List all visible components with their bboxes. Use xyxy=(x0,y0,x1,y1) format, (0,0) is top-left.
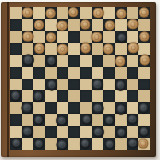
checker-piece-dark[interactable] xyxy=(34,139,44,149)
square-r11c11[interactable] xyxy=(127,126,139,138)
square-r11c10[interactable] xyxy=(115,126,127,138)
board xyxy=(10,7,150,150)
checker-piece-dark[interactable] xyxy=(46,56,56,66)
square-r7c10[interactable] xyxy=(115,79,127,91)
square-r12c7[interactable] xyxy=(80,138,92,150)
square-r8c3[interactable] xyxy=(33,90,45,102)
checker-piece-dark[interactable] xyxy=(92,79,102,89)
square-r11c4[interactable] xyxy=(45,126,57,138)
square-r4c2[interactable] xyxy=(22,43,34,55)
square-r4c4[interactable] xyxy=(45,43,57,55)
square-r7c5[interactable] xyxy=(57,79,69,91)
square-r8c2[interactable] xyxy=(22,90,34,102)
square-r4c10[interactable] xyxy=(115,43,127,55)
square-r1c4[interactable] xyxy=(45,7,57,19)
square-r10c11[interactable] xyxy=(127,114,139,126)
square-r10c6[interactable] xyxy=(68,114,80,126)
square-r6c12[interactable] xyxy=(138,67,150,79)
square-r2c5[interactable] xyxy=(57,19,69,31)
square-r3c9[interactable] xyxy=(103,31,115,43)
checker-piece-tan[interactable] xyxy=(57,44,67,54)
checker-piece-dark[interactable] xyxy=(57,116,67,126)
square-r3c4[interactable] xyxy=(45,31,57,43)
square-r8c9[interactable] xyxy=(103,90,115,102)
square-r11c9[interactable] xyxy=(103,126,115,138)
square-r9c3[interactable] xyxy=(33,102,45,114)
square-r6c8[interactable] xyxy=(92,67,104,79)
square-r2c2[interactable] xyxy=(22,19,34,31)
square-r3c3[interactable] xyxy=(33,31,45,43)
square-r3c2[interactable] xyxy=(22,31,34,43)
square-r1c3[interactable] xyxy=(33,7,45,19)
square-r1c8[interactable] xyxy=(92,7,104,19)
square-r9c7[interactable] xyxy=(80,102,92,114)
square-r4c12[interactable] xyxy=(138,43,150,55)
square-r9c9[interactable] xyxy=(103,102,115,114)
square-r2c3[interactable] xyxy=(33,19,45,31)
checker-piece-dark[interactable] xyxy=(57,140,67,150)
square-r6c11[interactable] xyxy=(127,67,139,79)
square-r5c1[interactable] xyxy=(10,55,22,67)
checker-piece-dark[interactable] xyxy=(93,103,103,113)
square-r5c11[interactable] xyxy=(127,55,139,67)
square-r3c12[interactable] xyxy=(138,31,150,43)
checker-piece-dark[interactable] xyxy=(139,126,149,136)
checker-piece-tan[interactable] xyxy=(68,7,78,17)
square-r2c12[interactable] xyxy=(138,19,150,31)
square-r12c10[interactable] xyxy=(115,138,127,150)
checker-piece-tan[interactable] xyxy=(115,56,125,66)
square-r7c7[interactable] xyxy=(80,79,92,91)
square-r2c4[interactable] xyxy=(45,19,57,31)
checker-piece-tan[interactable] xyxy=(34,20,44,30)
square-r8c6[interactable] xyxy=(68,90,80,102)
checker-piece-dark[interactable] xyxy=(139,103,149,113)
square-r2c1[interactable] xyxy=(10,19,22,31)
square-r6c6[interactable] xyxy=(68,67,80,79)
square-r7c2[interactable] xyxy=(22,79,34,91)
square-r6c2[interactable] xyxy=(22,67,34,79)
square-r1c9[interactable] xyxy=(103,7,115,19)
square-r4c9[interactable] xyxy=(103,43,115,55)
photo-background xyxy=(0,0,160,160)
square-r8c10[interactable] xyxy=(115,90,127,102)
square-r12c6[interactable] xyxy=(68,138,80,150)
square-r12c4[interactable] xyxy=(45,138,57,150)
square-r9c5[interactable] xyxy=(57,102,69,114)
checker-piece-tan[interactable] xyxy=(45,8,55,18)
square-r7c8[interactable] xyxy=(92,79,104,91)
square-r2c6[interactable] xyxy=(68,19,80,31)
checker-piece-dark[interactable] xyxy=(128,138,138,148)
square-r12c2[interactable] xyxy=(22,138,34,150)
square-r3c1[interactable] xyxy=(10,31,22,43)
checker-piece-dark[interactable] xyxy=(93,127,103,137)
square-r7c9[interactable] xyxy=(103,79,115,91)
square-r3c7[interactable] xyxy=(80,31,92,43)
square-r9c8[interactable] xyxy=(92,102,104,114)
square-r4c3[interactable] xyxy=(33,43,45,55)
square-r6c1[interactable] xyxy=(10,67,22,79)
square-r1c7[interactable] xyxy=(80,7,92,19)
checker-piece-dark[interactable] xyxy=(23,55,33,65)
square-r10c1[interactable] xyxy=(10,114,22,126)
checker-piece-dark[interactable] xyxy=(117,32,127,42)
square-r9c11[interactable] xyxy=(127,102,139,114)
square-r12c3[interactable] xyxy=(33,138,45,150)
square-r9c10[interactable] xyxy=(115,102,127,114)
square-r7c4[interactable] xyxy=(45,79,57,91)
square-r5c2[interactable] xyxy=(22,55,34,67)
checker-piece-tan[interactable] xyxy=(116,9,126,19)
square-r9c4[interactable] xyxy=(45,102,57,114)
square-r5c7[interactable] xyxy=(80,55,92,67)
square-r6c3[interactable] xyxy=(33,67,45,79)
square-r5c6[interactable] xyxy=(68,55,80,67)
square-r1c5[interactable] xyxy=(57,7,69,19)
square-r2c8[interactable] xyxy=(92,19,104,31)
square-r7c12[interactable] xyxy=(138,79,150,91)
checker-piece-tan[interactable] xyxy=(105,20,115,30)
square-r3c8[interactable] xyxy=(92,31,104,43)
checker-piece-dark[interactable] xyxy=(82,115,92,125)
square-r11c1[interactable] xyxy=(10,126,22,138)
checker-piece-dark[interactable] xyxy=(33,91,43,101)
square-r12c9[interactable] xyxy=(103,138,115,150)
checker-piece-tan[interactable] xyxy=(139,7,149,17)
checker-piece-dark[interactable] xyxy=(116,104,126,114)
square-r8c12[interactable] xyxy=(138,90,150,102)
square-r8c1[interactable] xyxy=(10,90,22,102)
checker-piece-dark[interactable] xyxy=(127,114,137,124)
square-r1c10[interactable] xyxy=(115,7,127,19)
square-r11c12[interactable] xyxy=(138,126,150,138)
square-r9c2[interactable] xyxy=(22,102,34,114)
square-r6c7[interactable] xyxy=(80,67,92,79)
square-r10c2[interactable] xyxy=(22,114,34,126)
square-r3c10[interactable] xyxy=(115,31,127,43)
square-r4c1[interactable] xyxy=(10,43,22,55)
checker-piece-dark[interactable] xyxy=(22,103,32,113)
checker-piece-tan[interactable] xyxy=(46,32,56,42)
square-r8c8[interactable] xyxy=(92,90,104,102)
square-r7c6[interactable] xyxy=(68,79,80,91)
square-r11c6[interactable] xyxy=(68,126,80,138)
square-r1c6[interactable] xyxy=(68,7,80,19)
square-r10c7[interactable] xyxy=(80,114,92,126)
square-r12c11[interactable] xyxy=(127,138,139,150)
square-r12c8[interactable] xyxy=(92,138,104,150)
square-r1c2[interactable] xyxy=(22,7,34,19)
square-r6c9[interactable] xyxy=(103,67,115,79)
square-r6c10[interactable] xyxy=(115,67,127,79)
checker-piece-dark[interactable] xyxy=(115,80,125,90)
square-r1c1[interactable] xyxy=(10,7,22,19)
square-r5c5[interactable] xyxy=(57,55,69,67)
checker-piece-tan[interactable] xyxy=(103,44,113,54)
square-r9c1[interactable] xyxy=(10,102,22,114)
checker-piece-tan[interactable] xyxy=(128,19,138,29)
square-r4c5[interactable] xyxy=(57,43,69,55)
square-r11c3[interactable] xyxy=(33,126,45,138)
square-r1c11[interactable] xyxy=(127,7,139,19)
checker-piece-dark[interactable] xyxy=(47,80,57,90)
checker-piece-dark[interactable] xyxy=(34,115,44,125)
square-r6c4[interactable] xyxy=(45,67,57,79)
square-r12c12[interactable] xyxy=(138,138,150,150)
checker-piece-tan[interactable] xyxy=(140,55,150,65)
square-r7c3[interactable] xyxy=(33,79,45,91)
checker-piece-tan[interactable] xyxy=(93,8,103,18)
square-r7c11[interactable] xyxy=(127,79,139,91)
square-r4c7[interactable] xyxy=(80,43,92,55)
board-frame xyxy=(1,2,156,157)
square-r10c9[interactable] xyxy=(103,114,115,126)
square-r2c11[interactable] xyxy=(127,19,139,31)
square-r2c10[interactable] xyxy=(115,19,127,31)
square-r10c4[interactable] xyxy=(45,114,57,126)
square-r5c4[interactable] xyxy=(45,55,57,67)
checker-piece-dark[interactable] xyxy=(10,90,20,100)
checker-piece-dark[interactable] xyxy=(80,138,90,148)
frame-hinge-seam xyxy=(7,2,9,157)
square-r10c3[interactable] xyxy=(33,114,45,126)
square-r12c5[interactable] xyxy=(57,138,69,150)
square-r3c11[interactable] xyxy=(127,31,139,43)
square-r5c12[interactable] xyxy=(138,55,150,67)
square-r7c1[interactable] xyxy=(10,79,22,91)
square-r8c5[interactable] xyxy=(57,90,69,102)
square-r5c8[interactable] xyxy=(92,55,104,67)
checker-piece-tan[interactable] xyxy=(80,43,90,53)
square-r3c6[interactable] xyxy=(68,31,80,43)
square-r12c1[interactable] xyxy=(10,138,22,150)
square-r8c7[interactable] xyxy=(80,90,92,102)
checker-piece-tan[interactable] xyxy=(57,20,67,30)
square-r3c5[interactable] xyxy=(57,31,69,43)
square-r8c4[interactable] xyxy=(45,90,57,102)
square-r10c5[interactable] xyxy=(57,114,69,126)
square-r11c8[interactable] xyxy=(92,126,104,138)
checker-piece-tan[interactable] xyxy=(34,43,44,53)
square-r11c7[interactable] xyxy=(80,126,92,138)
checker-piece-dark[interactable] xyxy=(11,138,21,148)
checker-piece-tan[interactable] xyxy=(139,31,149,41)
square-r2c9[interactable] xyxy=(103,19,115,31)
square-r5c3[interactable] xyxy=(33,55,45,67)
square-r9c6[interactable] xyxy=(68,102,80,114)
square-r4c11[interactable] xyxy=(127,43,139,55)
square-r4c6[interactable] xyxy=(68,43,80,55)
square-r8c11[interactable] xyxy=(127,90,139,102)
square-r5c9[interactable] xyxy=(103,55,115,67)
square-r6c5[interactable] xyxy=(57,67,69,79)
checker-piece-tan[interactable] xyxy=(128,43,138,53)
checker-piece-dark[interactable] xyxy=(22,126,32,136)
square-r11c5[interactable] xyxy=(57,126,69,138)
square-r5c10[interactable] xyxy=(115,55,127,67)
square-r1c12[interactable] xyxy=(138,7,150,19)
square-r10c8[interactable] xyxy=(92,114,104,126)
square-r10c12[interactable] xyxy=(138,114,150,126)
square-r2c7[interactable] xyxy=(80,19,92,31)
checker-piece-dark[interactable] xyxy=(116,128,126,138)
checker-piece-dark[interactable] xyxy=(104,115,114,125)
square-r10c10[interactable] xyxy=(115,114,127,126)
square-r4c8[interactable] xyxy=(92,43,104,55)
checker-piece-tan[interactable] xyxy=(138,138,148,148)
checker-piece-tan[interactable] xyxy=(23,31,33,41)
checker-piece-tan[interactable] xyxy=(92,32,102,42)
square-r11c2[interactable] xyxy=(22,126,34,138)
checker-piece-dark[interactable] xyxy=(105,139,115,149)
checker-piece-tan[interactable] xyxy=(22,7,32,17)
square-r9c12[interactable] xyxy=(138,102,150,114)
checker-piece-tan[interactable] xyxy=(80,19,90,29)
